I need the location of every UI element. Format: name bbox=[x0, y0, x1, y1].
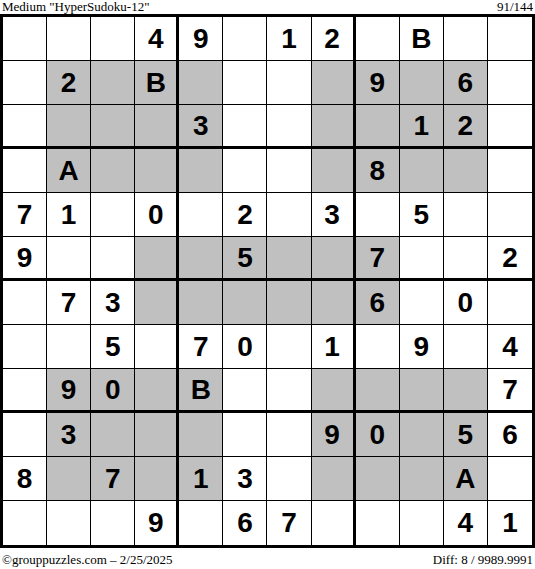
cell-r4c8[interactable] bbox=[312, 149, 356, 193]
cell-r3c1[interactable] bbox=[3, 105, 47, 149]
cell-r9c9[interactable] bbox=[356, 369, 400, 413]
cell-r6c5[interactable] bbox=[179, 237, 223, 281]
cell-r5c2[interactable]: 1 bbox=[47, 193, 91, 237]
cell-r10c11[interactable]: 5 bbox=[444, 413, 488, 457]
cell-r9c6[interactable] bbox=[223, 369, 267, 413]
cell-r6c9[interactable]: 7 bbox=[356, 237, 400, 281]
cell-r2c7[interactable] bbox=[267, 61, 311, 105]
cell-r11c6[interactable]: 3 bbox=[223, 457, 267, 501]
cell-r8c10[interactable]: 9 bbox=[400, 325, 444, 369]
cell-r5c6[interactable]: 2 bbox=[223, 193, 267, 237]
cell-r9c7[interactable] bbox=[267, 369, 311, 413]
cell-r1c5[interactable]: 9 bbox=[179, 17, 223, 61]
cell-r9c1[interactable] bbox=[3, 369, 47, 413]
cell-r12c11[interactable]: 4 bbox=[444, 501, 488, 545]
cell-r4c5[interactable] bbox=[179, 149, 223, 193]
cells-remaining-counter: 91/144 bbox=[497, 0, 533, 13]
cell-r5c1[interactable]: 7 bbox=[3, 193, 47, 237]
cell-r2c9[interactable]: 9 bbox=[356, 61, 400, 105]
cell-r3c6[interactable] bbox=[223, 105, 267, 149]
cell-r5c12[interactable] bbox=[488, 193, 532, 237]
cell-r1c9[interactable] bbox=[356, 17, 400, 61]
cell-r2c12[interactable] bbox=[488, 61, 532, 105]
cell-r12c2[interactable] bbox=[47, 501, 91, 545]
cell-r11c4[interactable] bbox=[135, 457, 179, 501]
cell-r5c8[interactable]: 3 bbox=[312, 193, 356, 237]
cell-r3c9[interactable] bbox=[356, 105, 400, 149]
cell-r10c5[interactable] bbox=[179, 413, 223, 457]
cell-r8c3[interactable]: 5 bbox=[91, 325, 135, 369]
cell-r11c9[interactable] bbox=[356, 457, 400, 501]
cell-r5c11[interactable] bbox=[444, 193, 488, 237]
cell-r7c11[interactable]: 0 bbox=[444, 281, 488, 325]
cell-r9c11[interactable] bbox=[444, 369, 488, 413]
cell-r2c10[interactable] bbox=[400, 61, 444, 105]
cell-r4c4[interactable] bbox=[135, 149, 179, 193]
cell-r10c4[interactable] bbox=[135, 413, 179, 457]
cell-r11c11[interactable]: A bbox=[444, 457, 488, 501]
cell-r11c7[interactable] bbox=[267, 457, 311, 501]
cell-r2c5[interactable] bbox=[179, 61, 223, 105]
cell-r6c10[interactable] bbox=[400, 237, 444, 281]
cell-r6c11[interactable] bbox=[444, 237, 488, 281]
cell-r1c12[interactable] bbox=[488, 17, 532, 61]
cell-r10c9[interactable]: 0 bbox=[356, 413, 400, 457]
cell-r1c8[interactable]: 2 bbox=[312, 17, 356, 61]
cell-r1c1[interactable] bbox=[3, 17, 47, 61]
cell-r8c12[interactable]: 4 bbox=[488, 325, 532, 369]
cell-r7c1[interactable] bbox=[3, 281, 47, 325]
cell-r11c12[interactable] bbox=[488, 457, 532, 501]
cell-r6c7[interactable] bbox=[267, 237, 311, 281]
puzzle-title: Medium "HyperSudoku-12" bbox=[2, 0, 149, 13]
cell-r5c3[interactable] bbox=[91, 193, 135, 237]
cell-r5c7[interactable] bbox=[267, 193, 311, 237]
cell-r9c3[interactable]: 0 bbox=[91, 369, 135, 413]
cell-r8c6[interactable]: 0 bbox=[223, 325, 267, 369]
cell-r11c5[interactable]: 1 bbox=[179, 457, 223, 501]
cell-r8c7[interactable] bbox=[267, 325, 311, 369]
cell-r2c6[interactable] bbox=[223, 61, 267, 105]
cell-r7c2[interactable]: 7 bbox=[47, 281, 91, 325]
cell-r5c5[interactable] bbox=[179, 193, 223, 237]
cell-r12c5[interactable] bbox=[179, 501, 223, 545]
cell-r4c10[interactable] bbox=[400, 149, 444, 193]
cell-r11c1[interactable]: 8 bbox=[3, 457, 47, 501]
cell-r1c7[interactable]: 1 bbox=[267, 17, 311, 61]
cell-r4c6[interactable] bbox=[223, 149, 267, 193]
cell-r10c3[interactable] bbox=[91, 413, 135, 457]
cell-r10c1[interactable] bbox=[3, 413, 47, 457]
cell-r5c9[interactable] bbox=[356, 193, 400, 237]
cell-r2c1[interactable] bbox=[3, 61, 47, 105]
cell-r6c3[interactable] bbox=[91, 237, 135, 281]
cell-r12c1[interactable] bbox=[3, 501, 47, 545]
cell-r8c1[interactable] bbox=[3, 325, 47, 369]
cell-r3c10[interactable]: 1 bbox=[400, 105, 444, 149]
cell-r7c3[interactable]: 3 bbox=[91, 281, 135, 325]
cell-r4c1[interactable] bbox=[3, 149, 47, 193]
cell-r7c6[interactable] bbox=[223, 281, 267, 325]
cell-r1c10[interactable]: B bbox=[400, 17, 444, 61]
cell-r6c12[interactable]: 2 bbox=[488, 237, 532, 281]
header: Medium "HyperSudoku-12" 91/144 bbox=[0, 0, 535, 14]
sudoku-board: 4912B2B96312A87102359572736057019490B739… bbox=[0, 14, 535, 548]
cell-r1c2[interactable] bbox=[47, 17, 91, 61]
puzzle-page: Medium "HyperSudoku-12" 91/144 4912B2B96… bbox=[0, 0, 535, 569]
cell-r9c8[interactable] bbox=[312, 369, 356, 413]
cell-r12c7[interactable]: 7 bbox=[267, 501, 311, 545]
cell-r7c10[interactable] bbox=[400, 281, 444, 325]
cell-r9c4[interactable] bbox=[135, 369, 179, 413]
cell-r8c5[interactable]: 7 bbox=[179, 325, 223, 369]
cell-r2c2[interactable]: 2 bbox=[47, 61, 91, 105]
cell-r10c8[interactable]: 9 bbox=[312, 413, 356, 457]
cell-r10c12[interactable]: 6 bbox=[488, 413, 532, 457]
cell-r12c9[interactable] bbox=[356, 501, 400, 545]
cell-r7c4[interactable] bbox=[135, 281, 179, 325]
cell-r3c5[interactable]: 3 bbox=[179, 105, 223, 149]
cell-r3c4[interactable] bbox=[135, 105, 179, 149]
cell-r6c2[interactable] bbox=[47, 237, 91, 281]
cell-r6c6[interactable]: 5 bbox=[223, 237, 267, 281]
cell-r8c9[interactable] bbox=[356, 325, 400, 369]
cell-r9c12[interactable]: 7 bbox=[488, 369, 532, 413]
cell-r12c6[interactable]: 6 bbox=[223, 501, 267, 545]
cell-r2c4[interactable]: B bbox=[135, 61, 179, 105]
cell-r4c3[interactable] bbox=[91, 149, 135, 193]
cell-r9c2[interactable]: 9 bbox=[47, 369, 91, 413]
cell-r11c8[interactable] bbox=[312, 457, 356, 501]
cell-r8c4[interactable] bbox=[135, 325, 179, 369]
cell-r4c12[interactable] bbox=[488, 149, 532, 193]
cell-r7c5[interactable] bbox=[179, 281, 223, 325]
cell-r7c7[interactable] bbox=[267, 281, 311, 325]
cell-r9c5[interactable]: B bbox=[179, 369, 223, 413]
cell-r6c4[interactable] bbox=[135, 237, 179, 281]
cell-r2c3[interactable] bbox=[91, 61, 135, 105]
cell-r12c10[interactable] bbox=[400, 501, 444, 545]
cell-r11c3[interactable]: 7 bbox=[91, 457, 135, 501]
difficulty-text: Diff: 8 / 9989.9991 bbox=[433, 553, 533, 567]
cell-r4c11[interactable] bbox=[444, 149, 488, 193]
cell-r3c11[interactable]: 2 bbox=[444, 105, 488, 149]
cell-r3c2[interactable] bbox=[47, 105, 91, 149]
cell-r3c3[interactable] bbox=[91, 105, 135, 149]
cell-r1c3[interactable] bbox=[91, 17, 135, 61]
cell-r8c11[interactable] bbox=[444, 325, 488, 369]
cell-r12c8[interactable] bbox=[312, 501, 356, 545]
cell-r3c7[interactable] bbox=[267, 105, 311, 149]
cell-r3c12[interactable] bbox=[488, 105, 532, 149]
copyright-text: ©grouppuzzles.com – 2/25/2025 bbox=[2, 553, 173, 567]
cell-r7c9[interactable]: 6 bbox=[356, 281, 400, 325]
cell-r5c4[interactable]: 0 bbox=[135, 193, 179, 237]
cell-r1c11[interactable] bbox=[444, 17, 488, 61]
cell-r10c10[interactable] bbox=[400, 413, 444, 457]
cell-r5c10[interactable]: 5 bbox=[400, 193, 444, 237]
cell-r11c10[interactable] bbox=[400, 457, 444, 501]
cell-r10c6[interactable] bbox=[223, 413, 267, 457]
cell-r1c4[interactable]: 4 bbox=[135, 17, 179, 61]
cell-r6c1[interactable]: 9 bbox=[3, 237, 47, 281]
cell-r3c8[interactable] bbox=[312, 105, 356, 149]
cell-r1c6[interactable] bbox=[223, 17, 267, 61]
cell-r7c12[interactable] bbox=[488, 281, 532, 325]
cell-r7c8[interactable] bbox=[312, 281, 356, 325]
cell-r10c7[interactable] bbox=[267, 413, 311, 457]
cell-r8c8[interactable]: 1 bbox=[312, 325, 356, 369]
cell-r4c9[interactable]: 8 bbox=[356, 149, 400, 193]
cell-r12c3[interactable] bbox=[91, 501, 135, 545]
cell-r12c4[interactable]: 9 bbox=[135, 501, 179, 545]
cell-r4c2[interactable]: A bbox=[47, 149, 91, 193]
cell-r9c10[interactable] bbox=[400, 369, 444, 413]
cell-r6c8[interactable] bbox=[312, 237, 356, 281]
cell-r4c7[interactable] bbox=[267, 149, 311, 193]
cell-r8c2[interactable] bbox=[47, 325, 91, 369]
cell-r12c12[interactable]: 1 bbox=[488, 501, 532, 545]
cell-r2c8[interactable] bbox=[312, 61, 356, 105]
footer: ©grouppuzzles.com – 2/25/2025 Diff: 8 / … bbox=[0, 549, 535, 569]
cell-r11c2[interactable] bbox=[47, 457, 91, 501]
cell-r10c2[interactable]: 3 bbox=[47, 413, 91, 457]
cell-r2c11[interactable]: 6 bbox=[444, 61, 488, 105]
